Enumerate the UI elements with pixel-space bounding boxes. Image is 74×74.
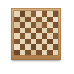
square-h1[interactable]	[53, 50, 59, 56]
board-grid	[14, 11, 58, 55]
photo-background: { "game": "chess", "position": "8/8/8/8/…	[0, 0, 74, 74]
board-frame	[11, 8, 61, 60]
chess-board	[11, 8, 61, 60]
